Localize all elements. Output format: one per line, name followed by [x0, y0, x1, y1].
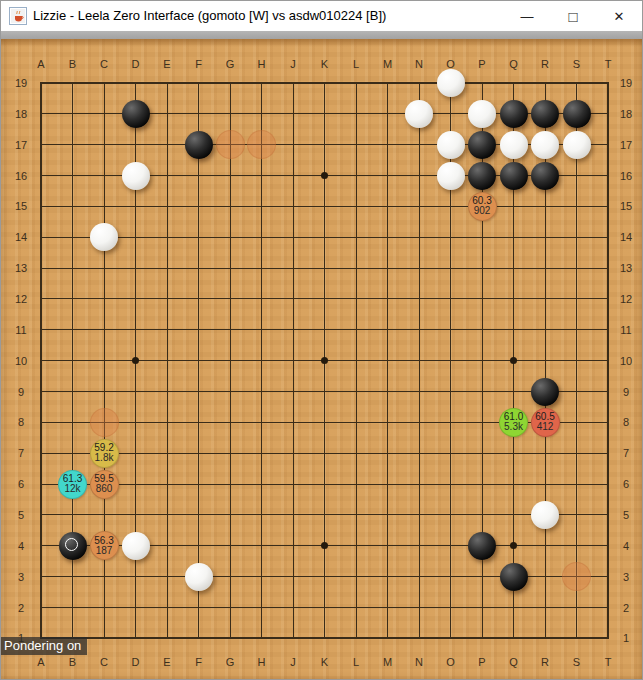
row-label-right: 5 [623, 509, 629, 521]
maximize-button[interactable]: □ [550, 1, 596, 31]
column-label-bottom: K [321, 656, 328, 668]
grid-line-horizontal [40, 514, 609, 515]
column-label-top: Q [509, 58, 518, 70]
row-label-right: 7 [623, 447, 629, 459]
column-label-top: B [69, 58, 76, 70]
analysis-faint-candidate[interactable] [562, 562, 591, 591]
row-label-left: 15 [15, 200, 27, 212]
column-label-top: R [541, 58, 549, 70]
analysis-candidate[interactable]: 61.312k [58, 470, 87, 499]
analysis-candidate[interactable]: 59.21.8k [90, 439, 119, 468]
row-label-right: 11 [620, 324, 631, 336]
column-label-top: K [321, 58, 328, 70]
black-stone[interactable] [500, 563, 528, 591]
row-label-left: 6 [18, 478, 24, 490]
row-label-left: 17 [15, 139, 27, 151]
black-stone[interactable] [531, 100, 559, 128]
candidate-visits: 412 [537, 422, 554, 432]
java-icon [9, 7, 27, 25]
black-stone[interactable] [500, 162, 528, 190]
star-point [321, 357, 328, 364]
analysis-candidate[interactable]: 56.3187 [90, 531, 119, 560]
column-label-top: M [383, 58, 392, 70]
last-move-marker [65, 538, 78, 551]
analysis-faint-candidate[interactable] [90, 408, 119, 437]
candidate-visits: 860 [96, 484, 113, 494]
black-stone[interactable] [531, 378, 559, 406]
row-label-right: 19 [620, 77, 632, 89]
close-button[interactable]: ✕ [596, 1, 642, 31]
row-label-right: 14 [620, 231, 632, 243]
column-label-top: E [163, 58, 170, 70]
grid-line-horizontal [40, 82, 609, 84]
column-label-top: J [290, 58, 296, 70]
row-label-left: 9 [18, 386, 24, 398]
column-label-bottom: T [605, 656, 612, 668]
black-stone[interactable] [468, 131, 496, 159]
pondering-status: Pondering on [1, 637, 87, 655]
row-label-left: 18 [15, 108, 27, 120]
column-label-top: F [195, 58, 202, 70]
black-stone[interactable] [122, 100, 150, 128]
white-stone[interactable] [437, 162, 465, 190]
row-label-left: 2 [18, 602, 24, 614]
column-label-bottom: G [226, 656, 235, 668]
title-bar: Lizzie - Leela Zero Interface (gomoto [W… [1, 1, 642, 31]
column-label-bottom: H [258, 656, 266, 668]
row-label-left: 16 [15, 170, 27, 182]
column-label-bottom: F [195, 656, 202, 668]
grid-line-horizontal [40, 298, 609, 299]
column-label-bottom: N [415, 656, 423, 668]
black-stone[interactable] [468, 162, 496, 190]
row-label-left: 12 [15, 293, 27, 305]
analysis-candidate[interactable]: 60.3902 [468, 192, 497, 221]
window-controls: — □ ✕ [504, 1, 642, 31]
grid-line-horizontal [40, 268, 609, 269]
row-label-right: 12 [620, 293, 632, 305]
column-label-bottom: P [478, 656, 485, 668]
column-label-top: D [132, 58, 140, 70]
grid-line-horizontal [40, 391, 609, 392]
row-label-right: 10 [620, 355, 632, 367]
row-label-right: 2 [623, 602, 629, 614]
column-label-bottom: E [163, 656, 170, 668]
column-label-top: S [573, 58, 580, 70]
row-label-left: 13 [15, 262, 27, 274]
row-label-right: 8 [623, 416, 629, 428]
column-label-top: A [37, 58, 44, 70]
black-stone[interactable] [500, 100, 528, 128]
app-window: Lizzie - Leela Zero Interface (gomoto [W… [0, 0, 643, 680]
white-stone[interactable] [468, 100, 496, 128]
analysis-faint-candidate[interactable] [247, 130, 276, 159]
candidate-visits: 12k [64, 484, 80, 494]
row-label-left: 5 [18, 509, 24, 521]
candidate-visits: 1.8k [95, 453, 114, 463]
white-stone[interactable] [500, 131, 528, 159]
column-label-bottom: B [69, 656, 76, 668]
white-stone[interactable] [90, 223, 118, 251]
row-label-right: 16 [620, 170, 632, 182]
star-point [321, 542, 328, 549]
analysis-candidate[interactable]: 59.5860 [90, 470, 119, 499]
minimize-button[interactable]: — [504, 1, 550, 31]
black-stone[interactable] [185, 131, 213, 159]
star-point [510, 542, 517, 549]
white-stone[interactable] [122, 532, 150, 560]
grid-line-horizontal [40, 237, 609, 238]
candidate-visits: 902 [474, 206, 491, 216]
white-stone[interactable] [405, 100, 433, 128]
row-label-left: 11 [15, 324, 26, 336]
analysis-candidate[interactable]: 60.5412 [531, 408, 560, 437]
column-label-bottom: R [541, 656, 549, 668]
column-label-bottom: O [446, 656, 455, 668]
candidate-visits: 5.3k [504, 422, 523, 432]
white-stone[interactable] [531, 501, 559, 529]
column-label-top: N [415, 58, 423, 70]
analysis-candidate[interactable]: 61.05.3k [499, 408, 528, 437]
grid-line-horizontal [40, 453, 609, 454]
column-label-top: H [258, 58, 266, 70]
white-stone[interactable] [563, 131, 591, 159]
star-point [132, 357, 139, 364]
column-label-bottom: C [100, 656, 108, 668]
column-label-top: C [100, 58, 108, 70]
column-label-bottom: S [573, 656, 580, 668]
column-label-bottom: L [353, 656, 359, 668]
white-stone[interactable] [437, 69, 465, 97]
row-label-right: 15 [620, 200, 632, 212]
white-stone[interactable] [185, 563, 213, 591]
column-label-top: L [353, 58, 359, 70]
candidate-visits: 187 [96, 546, 113, 556]
column-label-top: T [605, 58, 612, 70]
row-label-right: 9 [623, 386, 629, 398]
star-point [321, 172, 328, 179]
row-label-left: 14 [15, 231, 27, 243]
go-board[interactable]: AABBCCDDEEFFGGHHJJKKLLMMNNOOPPQQRRSSTT19… [1, 39, 643, 680]
column-label-top: P [478, 58, 485, 70]
column-label-bottom: A [37, 656, 44, 668]
row-label-right: 3 [623, 571, 629, 583]
black-stone[interactable] [531, 162, 559, 190]
grid-line-horizontal [40, 484, 609, 485]
row-label-left: 3 [18, 571, 24, 583]
analysis-faint-candidate[interactable] [216, 130, 245, 159]
white-stone[interactable] [122, 162, 150, 190]
window-title: Lizzie - Leela Zero Interface (gomoto [W… [33, 1, 386, 31]
menu-strip [1, 31, 642, 39]
black-stone[interactable] [468, 532, 496, 560]
row-label-left: 8 [18, 416, 24, 428]
grid-line-horizontal [40, 206, 609, 207]
black-stone[interactable] [563, 100, 591, 128]
row-label-right: 17 [620, 139, 632, 151]
grid-line-horizontal [40, 329, 609, 330]
row-label-left: 7 [18, 447, 24, 459]
row-label-right: 6 [623, 478, 629, 490]
row-label-right: 18 [620, 108, 632, 120]
column-label-bottom: J [290, 656, 296, 668]
row-label-right: 4 [623, 540, 629, 552]
column-label-bottom: Q [509, 656, 518, 668]
column-label-bottom: D [132, 656, 140, 668]
row-label-left: 4 [18, 540, 24, 552]
star-point [510, 357, 517, 364]
row-label-right: 13 [620, 262, 632, 274]
white-stone[interactable] [437, 131, 465, 159]
column-label-top: G [226, 58, 235, 70]
row-label-right: 1 [623, 632, 629, 644]
column-label-bottom: M [383, 656, 392, 668]
grid-line-horizontal [40, 637, 609, 639]
white-stone[interactable] [531, 131, 559, 159]
row-label-left: 10 [15, 355, 27, 367]
grid-line-horizontal [40, 607, 609, 608]
row-label-left: 19 [15, 77, 27, 89]
